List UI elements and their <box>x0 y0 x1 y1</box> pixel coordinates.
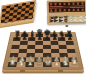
square-h4 <box>67 49 76 53</box>
square-c4 <box>27 49 35 53</box>
square-d4 <box>35 49 43 53</box>
square-h2: ♟ <box>68 57 77 62</box>
board-front-edge <box>2 70 84 73</box>
square-g1: ♞ <box>60 62 69 67</box>
square-c1: ♝ <box>25 62 34 67</box>
square-d2: ♟ <box>34 57 43 62</box>
piece-r-h8: ♜ <box>65 30 72 37</box>
piece-b-f8: ♝ <box>51 30 58 37</box>
hinge-icon <box>58 70 63 72</box>
square-e1: ♚ <box>43 62 52 67</box>
piece-Q-d1: ♛ <box>34 57 43 67</box>
piece-n-b8: ♞ <box>21 30 28 37</box>
main-board-scene: ♜♞♝♛♚♝♞♜♟♟♟♟♟♟♟♟♟♟♟♟♟♟♟♟♜♞♝♛♚♝♞♜ <box>0 0 86 74</box>
piece-r-a8: ♜ <box>14 30 21 37</box>
chess-board: ♜♞♝♛♚♝♞♜♟♟♟♟♟♟♟♟♟♟♟♟♟♟♟♟♜♞♝♛♚♝♞♜ <box>2 32 84 70</box>
chess-board-grid: ♜♞♝♛♚♝♞♜♟♟♟♟♟♟♟♟♟♟♟♟♟♟♟♟♜♞♝♛♚♝♞♜ <box>8 34 79 67</box>
square-c2: ♟ <box>26 57 35 62</box>
square-e2: ♟ <box>43 57 52 62</box>
piece-b-c8: ♝ <box>29 30 36 37</box>
square-a2: ♟ <box>9 57 18 62</box>
square-d1: ♛ <box>34 62 43 67</box>
piece-q-d8: ♛ <box>36 29 43 37</box>
square-e4 <box>43 49 51 53</box>
square-h1: ♜ <box>69 62 79 67</box>
hinge-icon <box>20 70 25 72</box>
square-b2: ♟ <box>17 57 26 62</box>
square-f1: ♝ <box>52 62 61 67</box>
piece-K-e1: ♚ <box>43 57 52 67</box>
